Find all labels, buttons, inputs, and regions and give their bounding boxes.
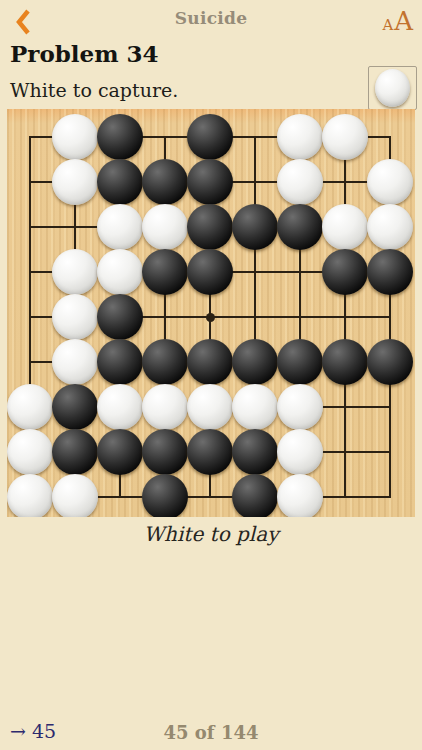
white-stone (322, 204, 368, 250)
white-stone (367, 159, 413, 205)
board-caption: White to play (0, 522, 422, 546)
white-stone (277, 114, 323, 160)
white-stone (97, 249, 143, 295)
black-stone (367, 339, 413, 385)
white-stone (277, 474, 323, 517)
white-stone (187, 384, 233, 430)
black-stone (52, 384, 98, 430)
black-stone (232, 429, 278, 475)
problem-instruction: White to capture. (10, 79, 178, 101)
white-stone (232, 384, 278, 430)
black-stone (97, 114, 143, 160)
black-stone (277, 339, 323, 385)
white-stone (142, 384, 188, 430)
white-stone (322, 114, 368, 160)
screen-title: Suicide (0, 8, 422, 28)
black-stone (142, 159, 188, 205)
problem-counter: 45 of 144 (0, 722, 422, 743)
black-stone (142, 429, 188, 475)
white-stone (97, 204, 143, 250)
white-stone (277, 429, 323, 475)
black-stone (97, 294, 143, 340)
grid-line-v (344, 136, 346, 498)
white-stone (142, 204, 188, 250)
white-stone (52, 114, 98, 160)
turn-indicator-button[interactable] (368, 66, 417, 110)
black-stone (97, 159, 143, 205)
white-stone (52, 474, 98, 517)
black-stone (187, 204, 233, 250)
black-stone (187, 114, 233, 160)
black-stone (187, 339, 233, 385)
black-stone (277, 204, 323, 250)
black-stone (322, 339, 368, 385)
white-stone (277, 384, 323, 430)
problem-title: Problem 34 (10, 40, 159, 67)
black-stone (187, 429, 233, 475)
black-stone (97, 429, 143, 475)
font-small-icon: A (382, 16, 393, 34)
white-stone-icon (375, 69, 410, 107)
white-stone (52, 339, 98, 385)
white-stone (7, 384, 53, 430)
black-stone (142, 474, 188, 517)
black-stone (187, 159, 233, 205)
white-stone (7, 429, 53, 475)
white-stone (367, 204, 413, 250)
black-stone (187, 249, 233, 295)
go-board[interactable] (7, 109, 415, 517)
black-stone (97, 339, 143, 385)
white-stone (52, 249, 98, 295)
black-stone (232, 474, 278, 517)
black-stone (52, 429, 98, 475)
black-stone (232, 339, 278, 385)
white-stone (97, 384, 143, 430)
white-stone (277, 159, 323, 205)
white-stone (52, 159, 98, 205)
black-stone (322, 249, 368, 295)
black-stone (142, 249, 188, 295)
black-stone (142, 339, 188, 385)
white-stone (7, 474, 53, 517)
font-size-button[interactable]: A A (379, 6, 416, 38)
star-point (206, 313, 215, 322)
black-stone (367, 249, 413, 295)
black-stone (232, 204, 278, 250)
font-large-icon: A (394, 6, 413, 36)
white-stone (52, 294, 98, 340)
